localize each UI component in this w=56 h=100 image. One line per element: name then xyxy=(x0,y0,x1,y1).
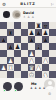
piece-bp[interactable]: ♟ xyxy=(14,43,21,50)
piece-bp[interactable]: ♟ xyxy=(35,29,42,36)
square-d5[interactable] xyxy=(21,43,28,50)
square-b6[interactable] xyxy=(7,36,14,43)
opponent-captured-pieces: ♗ ♙ ♙ xyxy=(23,16,34,20)
piece-br[interactable]: ♜ xyxy=(35,22,42,29)
square-a3[interactable] xyxy=(0,57,7,64)
square-h6[interactable] xyxy=(49,36,56,43)
player-avatar-placeholder[interactable] xyxy=(44,79,55,90)
square-g2[interactable] xyxy=(42,64,49,71)
square-e1[interactable]: ♚ xyxy=(28,71,35,78)
piece-wp[interactable]: ♟ xyxy=(0,64,7,71)
square-f4[interactable] xyxy=(35,50,42,57)
piece-wp[interactable]: ♟ xyxy=(7,57,14,64)
opponent-avatar-photo xyxy=(15,13,20,18)
square-h5[interactable] xyxy=(49,43,56,50)
square-c8[interactable] xyxy=(14,22,21,29)
piece-wp[interactable]: ♟ xyxy=(35,64,42,71)
square-h7[interactable] xyxy=(49,29,56,36)
online-dot-1 xyxy=(3,89,6,92)
square-e6[interactable]: ♟ xyxy=(28,36,35,43)
piece-bb[interactable]: ♝ xyxy=(35,43,42,50)
square-d4[interactable] xyxy=(21,50,28,57)
square-e2[interactable]: ♛ xyxy=(28,64,35,71)
square-f2[interactable]: ♟ xyxy=(35,64,42,71)
square-e7[interactable]: ♟ xyxy=(28,29,35,36)
piece-bp[interactable]: ♟ xyxy=(28,29,35,36)
square-f8[interactable]: ♜ xyxy=(35,22,42,29)
piece-bp[interactable]: ♟ xyxy=(42,36,49,43)
square-d1[interactable] xyxy=(21,71,28,78)
square-h1[interactable] xyxy=(49,71,56,78)
square-a7[interactable] xyxy=(0,29,7,36)
square-a4[interactable] xyxy=(0,50,7,57)
small-gear-icon[interactable]: ⚙ xyxy=(48,92,51,96)
piece-wn[interactable]: ♞ xyxy=(42,71,49,78)
square-g3[interactable]: ♟ xyxy=(42,57,49,64)
square-d7[interactable] xyxy=(21,29,28,36)
square-f5[interactable]: ♝ xyxy=(35,43,42,50)
square-c4[interactable] xyxy=(14,50,21,57)
square-b2[interactable]: ♜ xyxy=(7,64,14,71)
square-b1[interactable] xyxy=(7,71,14,78)
square-d2[interactable] xyxy=(21,64,28,71)
square-h3[interactable] xyxy=(49,57,56,64)
square-g6[interactable]: ♟ xyxy=(42,36,49,43)
person-icon xyxy=(48,81,52,85)
square-h8[interactable] xyxy=(49,22,56,29)
square-f3[interactable] xyxy=(35,57,42,64)
piece-wr[interactable]: ♜ xyxy=(7,64,14,71)
square-e8[interactable] xyxy=(28,22,35,29)
square-h2[interactable] xyxy=(49,64,56,71)
piece-bp[interactable]: ♟ xyxy=(42,29,49,36)
square-g4[interactable] xyxy=(42,50,49,57)
square-c7[interactable] xyxy=(14,29,21,36)
piece-bk[interactable]: ♚ xyxy=(42,22,49,29)
square-g8[interactable]: ♚ xyxy=(42,22,49,29)
square-f7[interactable]: ♟ xyxy=(35,29,42,36)
square-b7[interactable]: ♜ xyxy=(7,29,14,36)
square-b8[interactable] xyxy=(7,22,14,29)
chess-app-screen: ⚙ BLITZ ⚐ David ♗ ♙ ♙ ♜♚♜♟♟♟♟♟♟♟♟♝♟♟♟♟♟♜… xyxy=(0,0,56,100)
square-e3[interactable]: ♟ xyxy=(28,57,35,64)
square-a8[interactable] xyxy=(0,22,7,29)
piece-wp[interactable]: ♟ xyxy=(28,57,35,64)
flag-icon[interactable]: ⚐ xyxy=(50,2,54,7)
game-mode-title: BLITZ xyxy=(0,2,56,6)
piece-wp[interactable]: ♟ xyxy=(42,57,49,64)
black-side-disc xyxy=(3,11,10,18)
square-a2[interactable]: ♟ xyxy=(0,64,7,71)
square-b4[interactable] xyxy=(7,50,14,57)
square-e4[interactable]: ♟ xyxy=(28,50,35,57)
square-c5[interactable]: ♟ xyxy=(14,43,21,50)
chess-board[interactable]: ♜♚♜♟♟♟♟♟♟♟♟♝♟♟♟♟♟♜♛♟♚♞ xyxy=(0,22,56,78)
square-b5[interactable]: ♟ xyxy=(7,43,14,50)
piece-br[interactable]: ♜ xyxy=(7,29,14,36)
piece-bp[interactable]: ♟ xyxy=(28,36,35,43)
person-icon-body xyxy=(46,86,54,91)
square-c2[interactable] xyxy=(14,64,21,71)
piece-wq[interactable]: ♛ xyxy=(28,64,35,71)
piece-bp[interactable]: ♟ xyxy=(7,43,14,50)
square-g5[interactable] xyxy=(42,43,49,50)
square-g1[interactable]: ♞ xyxy=(42,71,49,78)
square-g7[interactable]: ♟ xyxy=(42,29,49,36)
square-c6[interactable] xyxy=(14,36,21,43)
player-captured-pieces: ♟ ♟ ♟ ♟ xyxy=(30,87,46,91)
opponent-avatar[interactable] xyxy=(12,10,21,19)
square-d6[interactable] xyxy=(21,36,28,43)
square-d8[interactable] xyxy=(21,22,28,29)
square-f6[interactable] xyxy=(35,36,42,43)
square-b3[interactable]: ♟ xyxy=(7,57,14,64)
square-a5[interactable] xyxy=(0,43,7,50)
square-a6[interactable]: ♟ xyxy=(0,36,7,43)
online-dot-2 xyxy=(14,89,17,92)
square-a1[interactable] xyxy=(0,71,7,78)
square-d3[interactable] xyxy=(21,57,28,64)
square-e5[interactable] xyxy=(28,43,35,50)
piece-wk[interactable]: ♚ xyxy=(28,71,35,78)
square-h4[interactable] xyxy=(49,50,56,57)
square-c3[interactable] xyxy=(14,57,21,64)
header-bar: ⚙ BLITZ ⚐ xyxy=(0,0,56,8)
piece-wp[interactable]: ♟ xyxy=(28,50,35,57)
piece-bp[interactable]: ♟ xyxy=(0,36,7,43)
square-f1[interactable] xyxy=(35,71,42,78)
square-c1[interactable] xyxy=(14,71,21,78)
